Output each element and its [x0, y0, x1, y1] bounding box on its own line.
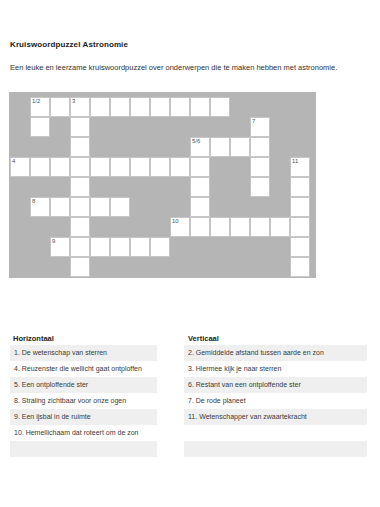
crossword-cell-open[interactable] — [290, 197, 310, 217]
crossword-cell-blocked — [270, 157, 290, 177]
page-title: Kruiswoordpuzzel Astronomie — [10, 40, 128, 49]
crossword-cell-blocked — [270, 257, 290, 277]
crossword-cell-open[interactable] — [270, 217, 290, 237]
clue-number: 8 — [32, 198, 35, 205]
crossword-cell-blocked — [270, 237, 290, 257]
crossword-cell-open[interactable] — [150, 237, 170, 257]
crossword-cell-blocked — [190, 237, 210, 257]
crossword-cell-blocked — [230, 197, 250, 217]
clue-row-empty — [10, 441, 157, 457]
crossword-cell-open[interactable] — [30, 157, 50, 177]
crossword-cell-open[interactable] — [70, 237, 90, 257]
crossword-cell-open[interactable] — [210, 217, 230, 237]
crossword-board: 1/2375/64118109 — [9, 92, 316, 278]
crossword-cell-blocked — [130, 117, 150, 137]
crossword-cell-open[interactable]: 9 — [50, 237, 70, 257]
crossword-cell-open[interactable] — [110, 197, 130, 217]
crossword-cell-open[interactable] — [190, 97, 210, 117]
crossword-cell-open[interactable] — [190, 197, 210, 217]
crossword-cell-blocked — [250, 257, 270, 277]
crossword-cell-open[interactable] — [150, 97, 170, 117]
crossword-cell-blocked — [210, 237, 230, 257]
crossword-cell-open[interactable]: 3 — [70, 97, 90, 117]
crossword-cell-open[interactable] — [90, 197, 110, 217]
crossword-cell-blocked — [90, 117, 110, 137]
clue-item: 8. Straling zichtbaar voor onze ogen — [10, 393, 157, 409]
crossword-grid: 1/2375/64118109 — [10, 97, 310, 277]
crossword-cell-open[interactable]: 7 — [250, 117, 270, 137]
crossword-cell-blocked — [10, 137, 30, 157]
crossword-cell-blocked — [10, 257, 30, 277]
crossword-cell-blocked — [170, 137, 190, 157]
crossword-cell-open[interactable] — [190, 177, 210, 197]
crossword-cell-open[interactable] — [150, 157, 170, 177]
crossword-cell-blocked — [250, 237, 270, 257]
crossword-cell-blocked — [130, 197, 150, 217]
crossword-cell-blocked — [230, 237, 250, 257]
vertical-clues-header: Verticaal — [188, 334, 219, 343]
crossword-cell-blocked — [110, 137, 130, 157]
crossword-cell-blocked — [30, 177, 50, 197]
clue-number: 10 — [172, 218, 179, 225]
clue-item: 5. Een ontploffende ster — [10, 377, 157, 393]
crossword-cell-open[interactable] — [90, 157, 110, 177]
clue-item: 10. Hemellichaam dat roteert om de zon — [10, 425, 157, 441]
crossword-cell-blocked — [10, 117, 30, 137]
clue-number: 5/6 — [192, 138, 200, 145]
clue-item: 1. De wetenschap van sterren — [10, 345, 157, 361]
crossword-cell-blocked — [90, 217, 110, 237]
crossword-cell-open[interactable] — [250, 157, 270, 177]
crossword-cell-blocked — [30, 217, 50, 237]
crossword-cell-blocked — [290, 137, 310, 157]
crossword-cell-open[interactable] — [210, 137, 230, 157]
crossword-cell-open[interactable]: 11 — [290, 157, 310, 177]
crossword-cell-blocked — [50, 257, 70, 277]
crossword-cell-open[interactable] — [170, 97, 190, 117]
clue-table-horizontal: 1. De wetenschap van sterren4. Reuzenste… — [10, 345, 157, 457]
crossword-cell-blocked — [130, 217, 150, 237]
crossword-cell-blocked — [150, 217, 170, 237]
clue-number: 7 — [252, 118, 255, 125]
crossword-cell-blocked — [110, 257, 130, 277]
crossword-cell-blocked — [250, 197, 270, 217]
clue-item: 6. Restant van een ontploffende ster — [184, 377, 367, 393]
crossword-cell-blocked — [110, 117, 130, 137]
crossword-cell-open[interactable] — [70, 197, 90, 217]
crossword-cell-blocked — [170, 117, 190, 137]
crossword-cell-open[interactable] — [90, 97, 110, 117]
crossword-cell-blocked — [270, 137, 290, 157]
crossword-cell-blocked — [150, 117, 170, 137]
crossword-cell-open[interactable]: 8 — [30, 197, 50, 217]
crossword-cell-blocked — [170, 197, 190, 217]
crossword-cell-blocked — [130, 137, 150, 157]
crossword-cell-blocked — [90, 257, 110, 277]
crossword-cell-blocked — [130, 257, 150, 277]
crossword-cell-blocked — [90, 177, 110, 197]
clue-item: 11. Wetenschapper van zwaartekracht — [184, 409, 367, 425]
crossword-cell-open[interactable] — [210, 97, 230, 117]
crossword-cell-open[interactable] — [290, 217, 310, 237]
crossword-cell-open[interactable] — [30, 117, 50, 137]
clue-item: 9. Een ijsbal in de ruimte — [10, 409, 157, 425]
crossword-cell-open[interactable] — [170, 157, 190, 177]
crossword-cell-blocked — [230, 117, 250, 137]
clue-item: 7. De rode planeet — [184, 393, 367, 409]
crossword-cell-open[interactable] — [70, 257, 90, 277]
crossword-cell-blocked — [230, 257, 250, 277]
crossword-cell-open[interactable] — [70, 117, 90, 137]
page-subtitle: Een leuke en leerzame kruiswoordpuzzel o… — [10, 63, 372, 72]
crossword-cell-open[interactable]: 4 — [10, 157, 30, 177]
crossword-cell-blocked — [270, 97, 290, 117]
crossword-cell-open[interactable] — [70, 157, 90, 177]
crossword-cell-blocked — [270, 197, 290, 217]
crossword-cell-open[interactable] — [190, 217, 210, 237]
crossword-cell-open[interactable] — [230, 137, 250, 157]
crossword-cell-open[interactable] — [90, 237, 110, 257]
crossword-cell-blocked — [210, 117, 230, 137]
clue-table-vertical: 2. Gemiddelde afstand tussen aarde en zo… — [184, 345, 367, 457]
crossword-cell-open[interactable] — [290, 177, 310, 197]
crossword-cell-blocked — [10, 217, 30, 237]
crossword-cell-blocked — [30, 257, 50, 277]
crossword-cell-open[interactable] — [130, 237, 150, 257]
clue-number: 1/2 — [32, 98, 40, 105]
clue-number: 3 — [72, 98, 75, 105]
clue-number: 9 — [52, 238, 55, 245]
crossword-cell-open[interactable] — [110, 237, 130, 257]
crossword-cell-open[interactable] — [110, 97, 130, 117]
crossword-cell-blocked — [150, 257, 170, 277]
crossword-cell-open[interactable] — [70, 177, 90, 197]
crossword-cell-blocked — [110, 217, 130, 237]
crossword-cell-open[interactable] — [70, 137, 90, 157]
crossword-cell-open[interactable]: 1/2 — [30, 97, 50, 117]
crossword-cell-blocked — [90, 137, 110, 157]
crossword-cell-open[interactable] — [130, 97, 150, 117]
crossword-cell-open[interactable]: 5/6 — [190, 137, 210, 157]
crossword-cell-open[interactable] — [190, 157, 210, 177]
crossword-cell-blocked — [230, 177, 250, 197]
crossword-cell-blocked — [10, 237, 30, 257]
clue-row-empty — [184, 425, 367, 441]
clue-number: 4 — [12, 158, 15, 165]
clue-item: 3. Hiermee kijk je naar sterren — [184, 361, 367, 377]
crossword-cell-blocked — [150, 177, 170, 197]
crossword-cell-blocked — [10, 177, 30, 197]
crossword-cell-open[interactable] — [70, 217, 90, 237]
crossword-cell-blocked — [110, 177, 130, 197]
crossword-cell-blocked — [250, 97, 270, 117]
crossword-cell-blocked — [190, 257, 210, 277]
crossword-cell-blocked — [170, 237, 190, 257]
crossword-cell-blocked — [50, 217, 70, 237]
horizontal-clues-header: Horizontaal — [13, 334, 54, 343]
crossword-cell-blocked — [10, 97, 30, 117]
crossword-cell-open[interactable] — [50, 97, 70, 117]
clue-row-empty — [184, 441, 367, 457]
crossword-cell-blocked — [50, 137, 70, 157]
crossword-cell-open[interactable] — [290, 237, 310, 257]
crossword-cell-blocked — [210, 177, 230, 197]
crossword-cell-open[interactable] — [250, 217, 270, 237]
crossword-cell-blocked — [170, 257, 190, 277]
crossword-cell-blocked — [150, 197, 170, 217]
crossword-cell-blocked — [210, 197, 230, 217]
crossword-cell-open[interactable] — [130, 157, 150, 177]
crossword-cell-blocked — [290, 97, 310, 117]
crossword-cell-open[interactable] — [290, 257, 310, 277]
crossword-cell-blocked — [130, 177, 150, 197]
crossword-cell-blocked — [30, 137, 50, 157]
crossword-cell-open[interactable] — [50, 197, 70, 217]
crossword-cell-blocked — [50, 117, 70, 137]
crossword-cell-blocked — [30, 237, 50, 257]
crossword-cell-open[interactable] — [250, 137, 270, 157]
crossword-cell-open[interactable] — [110, 157, 130, 177]
crossword-cell-blocked — [290, 117, 310, 137]
crossword-cell-open[interactable]: 10 — [170, 217, 190, 237]
crossword-cell-blocked — [210, 157, 230, 177]
crossword-cell-open[interactable] — [50, 157, 70, 177]
crossword-cell-open[interactable] — [250, 177, 270, 197]
clue-item: 2. Gemiddelde afstand tussen aarde en zo… — [184, 345, 367, 361]
crossword-cell-blocked — [50, 177, 70, 197]
crossword-cell-blocked — [230, 97, 250, 117]
clue-item: 4. Reuzenster die wellicht gaat ontploff… — [10, 361, 157, 377]
crossword-cell-blocked — [210, 257, 230, 277]
crossword-cell-blocked — [170, 177, 190, 197]
crossword-cell-blocked — [270, 177, 290, 197]
crossword-cell-open[interactable] — [230, 217, 250, 237]
crossword-cell-blocked — [190, 117, 210, 137]
crossword-cell-blocked — [230, 157, 250, 177]
crossword-cell-blocked — [270, 117, 290, 137]
crossword-cell-blocked — [150, 137, 170, 157]
clue-number: 11 — [292, 158, 298, 165]
crossword-cell-blocked — [10, 197, 30, 217]
